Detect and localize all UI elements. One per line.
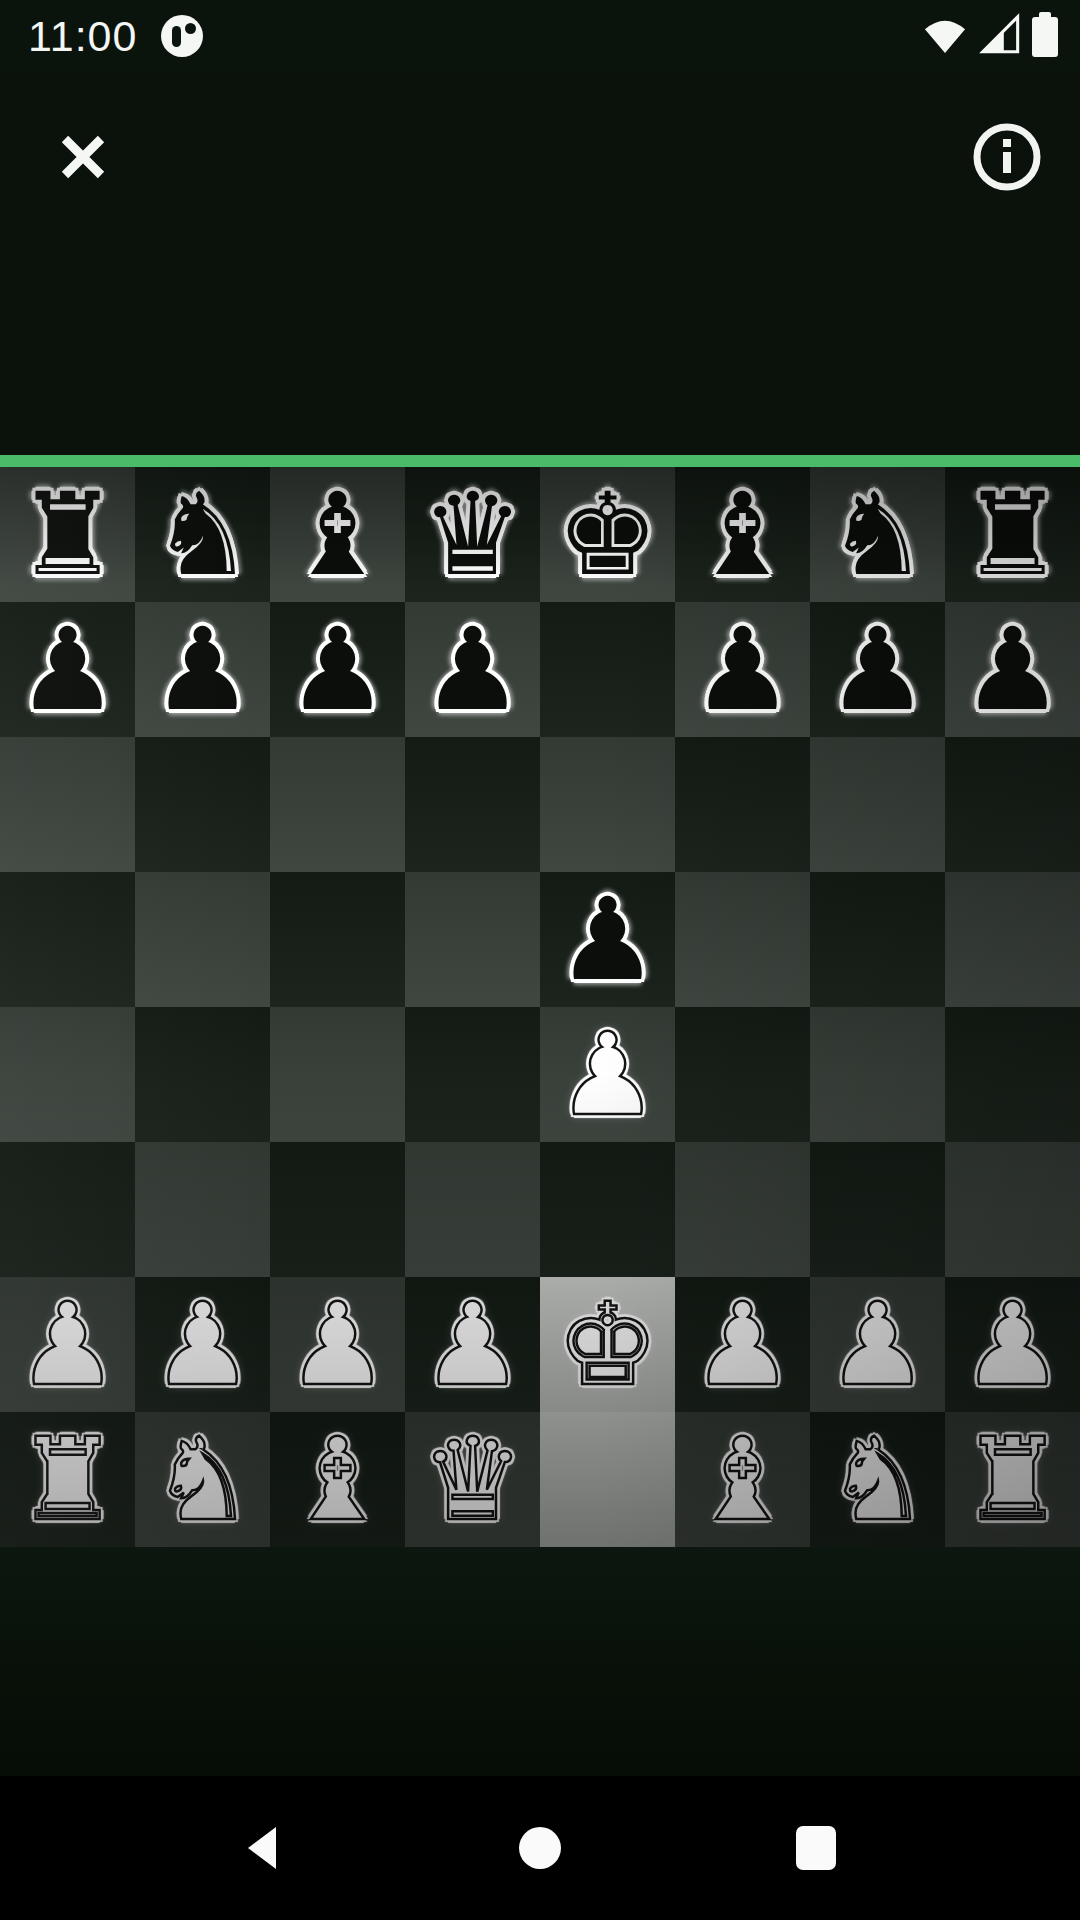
piece-black-bishop[interactable]: ♝ [286, 478, 388, 592]
square-d7[interactable]: ♟ [405, 602, 540, 737]
square-f1[interactable]: ♝ [675, 1412, 810, 1547]
square-f8[interactable]: ♝ [675, 467, 810, 602]
square-f5[interactable] [675, 872, 810, 1007]
square-c1[interactable]: ♝ [270, 1412, 405, 1547]
square-c4[interactable] [270, 1007, 405, 1142]
piece-black-pawn[interactable]: ♟ [826, 613, 928, 727]
square-e7[interactable] [540, 602, 675, 737]
square-h6[interactable] [945, 737, 1080, 872]
app-screen: 11:00 [0, 0, 1080, 1920]
turn-indicator-bar [0, 455, 1080, 467]
home-icon [519, 1827, 561, 1869]
chess-board[interactable]: ♜♞♝♛♚♝♞♜♟♟♟♟♟♟♟♟♟♟♟♟♟♚♟♟♟♜♞♝♛♝♞♜ [0, 467, 1080, 1547]
square-b8[interactable]: ♞ [135, 467, 270, 602]
square-c5[interactable] [270, 872, 405, 1007]
square-c2[interactable]: ♟ [270, 1277, 405, 1412]
square-c3[interactable] [270, 1142, 405, 1277]
piece-white-knight[interactable]: ♞ [826, 1423, 928, 1537]
back-button[interactable] [218, 1776, 306, 1920]
square-e4[interactable]: ♟ [540, 1007, 675, 1142]
piece-black-queen[interactable]: ♛ [421, 478, 523, 592]
square-f7[interactable]: ♟ [675, 602, 810, 737]
piece-white-pawn[interactable]: ♟ [691, 1288, 793, 1402]
piece-white-king[interactable]: ♚ [556, 1288, 658, 1402]
piece-white-queen[interactable]: ♛ [421, 1423, 523, 1537]
square-a8[interactable]: ♜ [0, 467, 135, 602]
square-g1[interactable]: ♞ [810, 1412, 945, 1547]
square-d8[interactable]: ♛ [405, 467, 540, 602]
piece-white-rook[interactable]: ♜ [16, 1423, 118, 1537]
overview-icon [796, 1826, 836, 1870]
piece-white-pawn[interactable]: ♟ [421, 1288, 523, 1402]
status-icons-group [922, 0, 1058, 72]
piece-white-pawn[interactable]: ♟ [826, 1288, 928, 1402]
square-g2[interactable]: ♟ [810, 1277, 945, 1412]
square-c7[interactable]: ♟ [270, 602, 405, 737]
square-f4[interactable] [675, 1007, 810, 1142]
square-d2[interactable]: ♟ [405, 1277, 540, 1412]
square-g5[interactable] [810, 872, 945, 1007]
square-e2[interactable]: ♚ [540, 1277, 675, 1412]
square-h4[interactable] [945, 1007, 1080, 1142]
square-d1[interactable]: ♛ [405, 1412, 540, 1547]
square-a2[interactable]: ♟ [0, 1277, 135, 1412]
square-e6[interactable] [540, 737, 675, 872]
piece-black-rook[interactable]: ♜ [961, 478, 1063, 592]
navigation-bar [0, 1776, 1080, 1920]
piece-white-pawn[interactable]: ♟ [556, 1018, 658, 1132]
square-c8[interactable]: ♝ [270, 467, 405, 602]
close-icon [47, 121, 119, 193]
square-a6[interactable] [0, 737, 135, 872]
piece-black-pawn[interactable]: ♟ [961, 613, 1063, 727]
overview-button[interactable] [772, 1776, 860, 1920]
piece-black-pawn[interactable]: ♟ [691, 613, 793, 727]
app-notification-icon [160, 14, 204, 58]
piece-black-king[interactable]: ♚ [556, 478, 658, 592]
square-d3[interactable] [405, 1142, 540, 1277]
piece-black-pawn[interactable]: ♟ [151, 613, 253, 727]
square-g8[interactable]: ♞ [810, 467, 945, 602]
piece-white-bishop[interactable]: ♝ [286, 1423, 388, 1537]
square-b5[interactable] [135, 872, 270, 1007]
piece-black-pawn[interactable]: ♟ [556, 883, 658, 997]
square-g6[interactable] [810, 737, 945, 872]
square-a7[interactable]: ♟ [0, 602, 135, 737]
square-e8[interactable]: ♚ [540, 467, 675, 602]
square-c6[interactable] [270, 737, 405, 872]
square-b3[interactable] [135, 1142, 270, 1277]
square-d4[interactable] [405, 1007, 540, 1142]
square-g4[interactable] [810, 1007, 945, 1142]
square-h2[interactable]: ♟ [945, 1277, 1080, 1412]
status-bar: 11:00 [0, 0, 1080, 72]
square-g7[interactable]: ♟ [810, 602, 945, 737]
piece-white-pawn[interactable]: ♟ [286, 1288, 388, 1402]
square-e5[interactable]: ♟ [540, 872, 675, 1007]
piece-white-pawn[interactable]: ♟ [16, 1288, 118, 1402]
piece-black-rook[interactable]: ♜ [16, 478, 118, 592]
square-h7[interactable]: ♟ [945, 602, 1080, 737]
player-area [0, 1547, 1080, 1776]
square-g3[interactable] [810, 1142, 945, 1277]
square-d5[interactable] [405, 872, 540, 1007]
square-f3[interactable] [675, 1142, 810, 1277]
info-button[interactable] [969, 119, 1045, 195]
piece-black-pawn[interactable]: ♟ [286, 613, 388, 727]
square-h5[interactable] [945, 872, 1080, 1007]
clock-text: 11:00 [28, 0, 137, 72]
info-icon [969, 119, 1045, 195]
square-h3[interactable] [945, 1142, 1080, 1277]
square-b7[interactable]: ♟ [135, 602, 270, 737]
square-a3[interactable] [0, 1142, 135, 1277]
piece-black-pawn[interactable]: ♟ [16, 613, 118, 727]
square-h1[interactable]: ♜ [945, 1412, 1080, 1547]
square-a1[interactable]: ♜ [0, 1412, 135, 1547]
battery-icon [1032, 17, 1058, 57]
square-f6[interactable] [675, 737, 810, 872]
square-a5[interactable] [0, 872, 135, 1007]
opponent-area [0, 72, 1080, 455]
square-b2[interactable]: ♟ [135, 1277, 270, 1412]
piece-white-pawn[interactable]: ♟ [961, 1288, 1063, 1402]
square-e3[interactable] [540, 1142, 675, 1277]
piece-black-pawn[interactable]: ♟ [421, 613, 523, 727]
square-f2[interactable]: ♟ [675, 1277, 810, 1412]
close-button[interactable] [47, 121, 119, 193]
square-a4[interactable] [0, 1007, 135, 1142]
square-b4[interactable] [135, 1007, 270, 1142]
piece-white-bishop[interactable]: ♝ [691, 1423, 793, 1537]
piece-black-bishop[interactable]: ♝ [691, 478, 793, 592]
piece-black-knight[interactable]: ♞ [151, 478, 253, 592]
square-e1[interactable] [540, 1412, 675, 1547]
back-icon [245, 1825, 279, 1871]
cellular-signal-icon [979, 13, 1021, 59]
wifi-icon [922, 13, 968, 59]
piece-white-rook[interactable]: ♜ [961, 1423, 1063, 1537]
home-button[interactable] [496, 1776, 584, 1920]
square-d6[interactable] [405, 737, 540, 872]
piece-white-pawn[interactable]: ♟ [151, 1288, 253, 1402]
piece-white-knight[interactable]: ♞ [151, 1423, 253, 1537]
square-b6[interactable] [135, 737, 270, 872]
piece-black-knight[interactable]: ♞ [826, 478, 928, 592]
square-b1[interactable]: ♞ [135, 1412, 270, 1547]
square-h8[interactable]: ♜ [945, 467, 1080, 602]
